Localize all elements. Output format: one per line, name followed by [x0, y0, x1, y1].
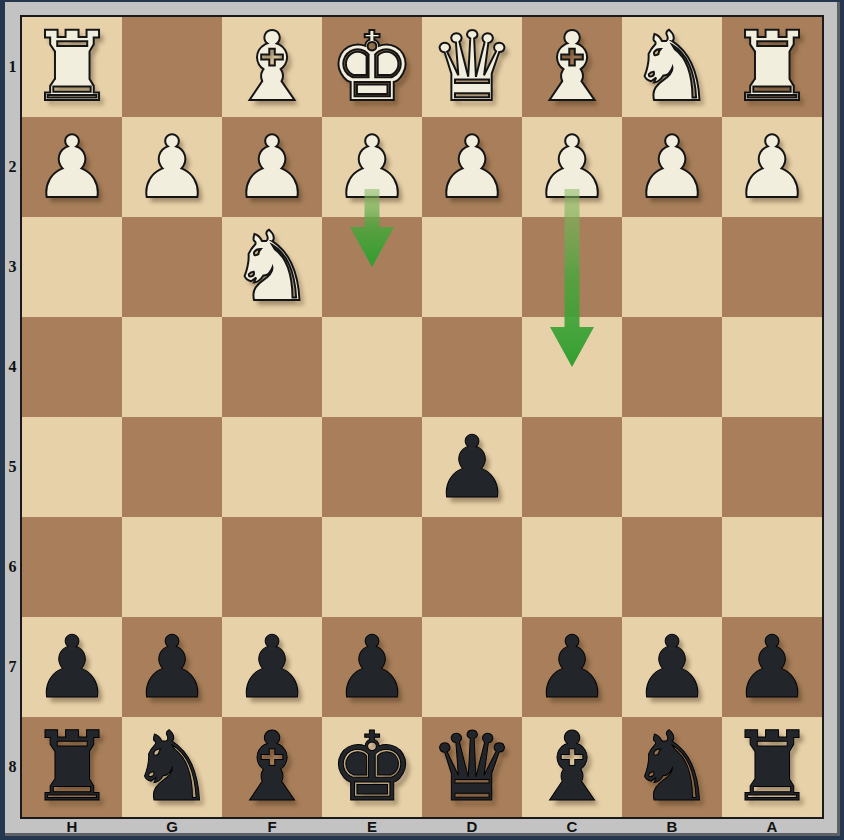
square-g2[interactable]: ♟ [122, 117, 222, 217]
square-h1[interactable]: ♜ [22, 17, 122, 117]
piece-black-king[interactable]: ♚ [329, 717, 415, 817]
file-label-b: B [622, 819, 722, 835]
square-a7[interactable]: ♟ [722, 617, 822, 717]
piece-white-pawn[interactable]: ♟ [633, 117, 710, 217]
rank-label-5: 5 [5, 417, 20, 517]
square-h2[interactable]: ♟ [22, 117, 122, 217]
square-c3[interactable] [522, 217, 622, 317]
piece-black-pawn[interactable]: ♟ [633, 617, 710, 717]
piece-black-pawn[interactable]: ♟ [433, 417, 510, 517]
piece-white-pawn[interactable]: ♟ [333, 117, 410, 217]
square-h4[interactable] [22, 317, 122, 417]
piece-white-bishop[interactable]: ♝ [229, 17, 315, 117]
rank-label-1: 1 [5, 17, 20, 117]
piece-white-bishop[interactable]: ♝ [529, 17, 615, 117]
square-b3[interactable] [622, 217, 722, 317]
rank-label-7: 7 [5, 617, 20, 717]
square-c2[interactable]: ♟ [522, 117, 622, 217]
square-f5[interactable] [222, 417, 322, 517]
piece-white-queen[interactable]: ♛ [429, 17, 515, 117]
piece-black-pawn[interactable]: ♟ [533, 617, 610, 717]
rank-label-2: 2 [5, 117, 20, 217]
square-d7[interactable] [422, 617, 522, 717]
square-h7[interactable]: ♟ [22, 617, 122, 717]
square-f1[interactable]: ♝ [222, 17, 322, 117]
file-label-d: D [422, 819, 522, 835]
square-g3[interactable] [122, 217, 222, 317]
rank-label-8: 8 [5, 717, 20, 817]
square-e4[interactable] [322, 317, 422, 417]
piece-white-knight[interactable]: ♞ [229, 217, 315, 317]
square-f8[interactable]: ♝ [222, 717, 322, 817]
square-a5[interactable] [722, 417, 822, 517]
square-g8[interactable]: ♞ [122, 717, 222, 817]
piece-black-rook[interactable]: ♜ [29, 717, 115, 817]
rank-label-3: 3 [5, 217, 20, 317]
square-d8[interactable]: ♛ [422, 717, 522, 817]
rank-label-4: 4 [5, 317, 20, 417]
piece-black-bishop[interactable]: ♝ [229, 717, 315, 817]
square-d3[interactable] [422, 217, 522, 317]
square-c5[interactable] [522, 417, 622, 517]
chess-app-window: ♜♝♚♛♝♞♜♟♟♟♟♟♟♟♟♞♟♟♟♟♟♟♟♟♜♞♝♚♛♝♞♜ 1234567… [0, 0, 844, 840]
square-e5[interactable] [322, 417, 422, 517]
piece-white-knight[interactable]: ♞ [629, 17, 715, 117]
file-label-h: H [22, 819, 122, 835]
piece-black-knight[interactable]: ♞ [129, 717, 215, 817]
square-a8[interactable]: ♜ [722, 717, 822, 817]
square-f4[interactable] [222, 317, 322, 417]
piece-black-pawn[interactable]: ♟ [33, 617, 110, 717]
piece-white-pawn[interactable]: ♟ [133, 117, 210, 217]
square-a1[interactable]: ♜ [722, 17, 822, 117]
piece-white-pawn[interactable]: ♟ [433, 117, 510, 217]
square-a6[interactable] [722, 517, 822, 617]
piece-black-pawn[interactable]: ♟ [233, 617, 310, 717]
square-c8[interactable]: ♝ [522, 717, 622, 817]
file-labels: HGFEDCBA [22, 819, 822, 835]
square-g5[interactable] [122, 417, 222, 517]
square-d5[interactable]: ♟ [422, 417, 522, 517]
piece-black-queen[interactable]: ♛ [429, 717, 515, 817]
rank-label-6: 6 [5, 517, 20, 617]
piece-black-pawn[interactable]: ♟ [733, 617, 810, 717]
piece-white-king[interactable]: ♚ [329, 17, 415, 117]
square-a4[interactable] [722, 317, 822, 417]
square-c6[interactable] [522, 517, 622, 617]
square-a3[interactable] [722, 217, 822, 317]
board-grid: ♜♝♚♛♝♞♜♟♟♟♟♟♟♟♟♞♟♟♟♟♟♟♟♟♜♞♝♚♛♝♞♜ [20, 15, 824, 819]
square-c1[interactable]: ♝ [522, 17, 622, 117]
square-b4[interactable] [622, 317, 722, 417]
file-label-g: G [122, 819, 222, 835]
square-c4[interactable] [522, 317, 622, 417]
square-b1[interactable]: ♞ [622, 17, 722, 117]
square-g1[interactable] [122, 17, 222, 117]
square-c7[interactable]: ♟ [522, 617, 622, 717]
square-d1[interactable]: ♛ [422, 17, 522, 117]
square-b6[interactable] [622, 517, 722, 617]
square-f3[interactable]: ♞ [222, 217, 322, 317]
square-f7[interactable]: ♟ [222, 617, 322, 717]
square-g7[interactable]: ♟ [122, 617, 222, 717]
piece-white-pawn[interactable]: ♟ [33, 117, 110, 217]
square-e6[interactable] [322, 517, 422, 617]
square-b8[interactable]: ♞ [622, 717, 722, 817]
square-g6[interactable] [122, 517, 222, 617]
piece-black-knight[interactable]: ♞ [629, 717, 715, 817]
piece-black-bishop[interactable]: ♝ [529, 717, 615, 817]
square-a2[interactable]: ♟ [722, 117, 822, 217]
square-e2[interactable]: ♟ [322, 117, 422, 217]
file-label-c: C [522, 819, 622, 835]
square-h8[interactable]: ♜ [22, 717, 122, 817]
piece-black-pawn[interactable]: ♟ [133, 617, 210, 717]
piece-white-rook[interactable]: ♜ [729, 17, 815, 117]
square-b7[interactable]: ♟ [622, 617, 722, 717]
file-label-a: A [722, 819, 822, 835]
piece-white-pawn[interactable]: ♟ [733, 117, 810, 217]
square-d2[interactable]: ♟ [422, 117, 522, 217]
square-d4[interactable] [422, 317, 522, 417]
piece-black-rook[interactable]: ♜ [729, 717, 815, 817]
piece-white-rook[interactable]: ♜ [29, 17, 115, 117]
square-h6[interactable] [22, 517, 122, 617]
square-b5[interactable] [622, 417, 722, 517]
piece-white-pawn[interactable]: ♟ [533, 117, 610, 217]
square-b2[interactable]: ♟ [622, 117, 722, 217]
square-f6[interactable] [222, 517, 322, 617]
square-e1[interactable]: ♚ [322, 17, 422, 117]
square-e7[interactable]: ♟ [322, 617, 422, 717]
rank-labels: 12345678 [5, 17, 20, 817]
square-h3[interactable] [22, 217, 122, 317]
square-e8[interactable]: ♚ [322, 717, 422, 817]
piece-white-pawn[interactable]: ♟ [233, 117, 310, 217]
square-d6[interactable] [422, 517, 522, 617]
square-f2[interactable]: ♟ [222, 117, 322, 217]
piece-black-pawn[interactable]: ♟ [333, 617, 410, 717]
square-h5[interactable] [22, 417, 122, 517]
file-label-e: E [322, 819, 422, 835]
square-e3[interactable] [322, 217, 422, 317]
square-g4[interactable] [122, 317, 222, 417]
file-label-f: F [222, 819, 322, 835]
